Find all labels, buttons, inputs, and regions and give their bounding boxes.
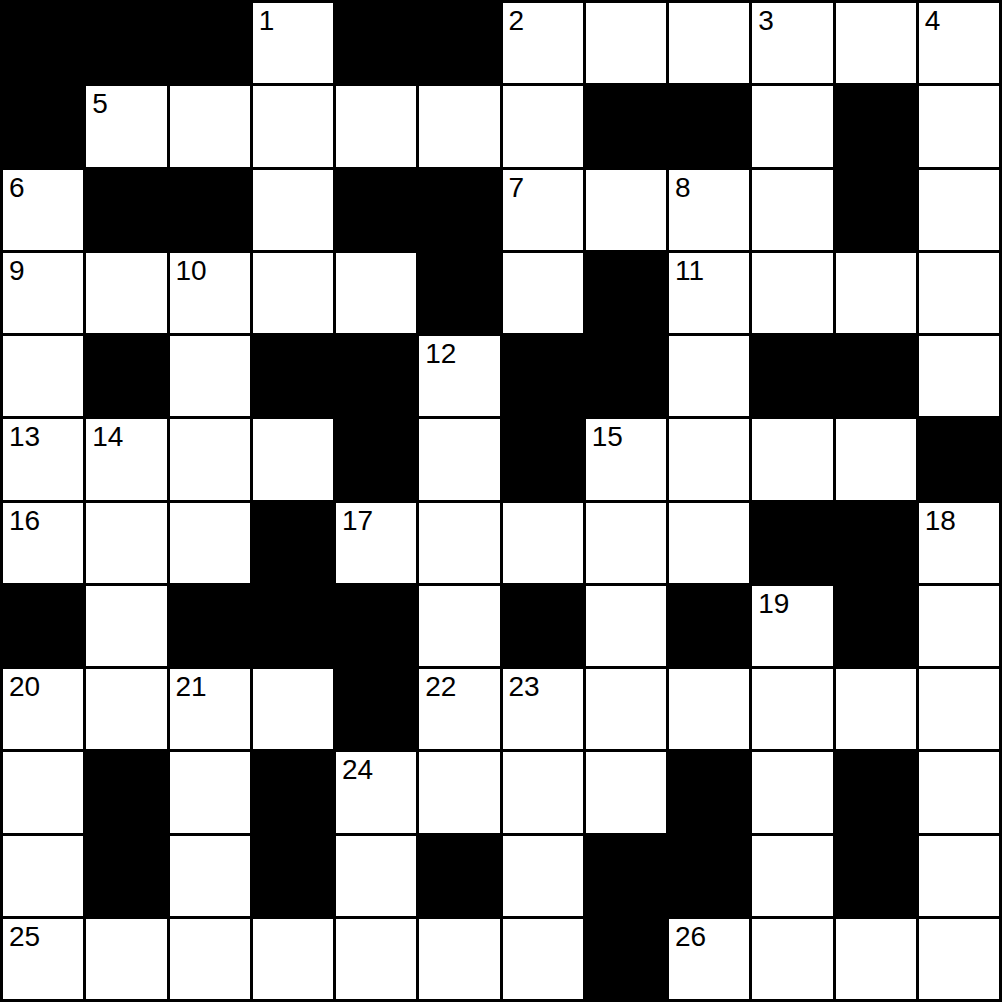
clue-number: 23: [509, 671, 540, 703]
clue-number: 17: [342, 505, 373, 537]
letter-cell[interactable]: [170, 419, 250, 499]
block-cell: [253, 336, 333, 416]
letter-cell[interactable]: 19: [752, 586, 832, 666]
letter-cell[interactable]: [86, 503, 166, 583]
letter-cell[interactable]: [669, 3, 749, 83]
block-cell: [669, 752, 749, 832]
letter-cell[interactable]: [419, 586, 499, 666]
letter-cell[interactable]: [919, 752, 999, 832]
letter-cell[interactable]: [586, 503, 666, 583]
block-cell: [503, 419, 583, 499]
letter-cell[interactable]: [669, 503, 749, 583]
block-cell: [419, 170, 499, 250]
block-cell: [836, 336, 916, 416]
letter-cell[interactable]: [503, 503, 583, 583]
letter-cell[interactable]: [586, 3, 666, 83]
letter-cell[interactable]: [253, 170, 333, 250]
block-cell: [86, 336, 166, 416]
letter-cell[interactable]: [503, 836, 583, 916]
letter-cell[interactable]: [86, 586, 166, 666]
letter-cell[interactable]: [836, 669, 916, 749]
letter-cell[interactable]: 5: [86, 86, 166, 166]
letter-cell[interactable]: [336, 919, 416, 999]
letter-cell[interactable]: [586, 669, 666, 749]
clue-number: 20: [9, 671, 40, 703]
letter-cell[interactable]: 3: [752, 3, 832, 83]
block-cell: [836, 836, 916, 916]
letter-cell[interactable]: 8: [669, 170, 749, 250]
clue-number: 14: [92, 421, 123, 453]
letter-cell[interactable]: [3, 836, 83, 916]
block-cell: [3, 86, 83, 166]
block-cell: [86, 836, 166, 916]
block-cell: [3, 586, 83, 666]
letter-cell[interactable]: [86, 669, 166, 749]
block-cell: [419, 253, 499, 333]
letter-cell[interactable]: [170, 86, 250, 166]
block-cell: [170, 586, 250, 666]
letter-cell[interactable]: [919, 170, 999, 250]
letter-cell[interactable]: [419, 752, 499, 832]
letter-cell[interactable]: [919, 586, 999, 666]
letter-cell[interactable]: [919, 336, 999, 416]
letter-cell[interactable]: [752, 919, 832, 999]
letter-cell[interactable]: [752, 752, 832, 832]
letter-cell[interactable]: [419, 86, 499, 166]
block-cell: [752, 503, 832, 583]
clue-number: 1: [259, 5, 275, 37]
letter-cell[interactable]: 2: [503, 3, 583, 83]
letter-cell[interactable]: [336, 836, 416, 916]
letter-cell[interactable]: [253, 419, 333, 499]
block-cell: [170, 170, 250, 250]
letter-cell[interactable]: [586, 586, 666, 666]
block-cell: [669, 86, 749, 166]
block-cell: [170, 3, 250, 83]
block-cell: [503, 336, 583, 416]
clue-number: 25: [9, 921, 40, 953]
letter-cell[interactable]: [170, 919, 250, 999]
letter-cell[interactable]: [586, 752, 666, 832]
letter-cell[interactable]: [170, 503, 250, 583]
letter-cell[interactable]: [170, 336, 250, 416]
letter-cell[interactable]: [836, 253, 916, 333]
clue-number: 22: [425, 671, 456, 703]
letter-cell[interactable]: [253, 919, 333, 999]
block-cell: [336, 586, 416, 666]
letter-cell[interactable]: [669, 336, 749, 416]
letter-cell[interactable]: 6: [3, 170, 83, 250]
block-cell: [86, 3, 166, 83]
letter-cell[interactable]: 11: [669, 253, 749, 333]
block-cell: [586, 836, 666, 916]
block-cell: [669, 586, 749, 666]
letter-cell[interactable]: 15: [586, 419, 666, 499]
letter-cell[interactable]: [752, 419, 832, 499]
letter-cell[interactable]: [752, 170, 832, 250]
block-cell: [419, 836, 499, 916]
clue-number: 26: [675, 921, 706, 953]
clue-number: 21: [176, 671, 207, 703]
clue-number: 13: [9, 421, 40, 453]
letter-cell[interactable]: [253, 253, 333, 333]
block-cell: [86, 752, 166, 832]
block-cell: [336, 336, 416, 416]
block-cell: [503, 586, 583, 666]
letter-cell[interactable]: [503, 752, 583, 832]
letter-cell[interactable]: [669, 419, 749, 499]
clue-number: 15: [592, 421, 623, 453]
block-cell: [836, 170, 916, 250]
letter-cell[interactable]: [752, 253, 832, 333]
block-cell: [586, 919, 666, 999]
clue-number: 5: [92, 88, 108, 120]
block-cell: [86, 170, 166, 250]
letter-cell[interactable]: 14: [86, 419, 166, 499]
block-cell: [836, 86, 916, 166]
letter-cell[interactable]: [86, 253, 166, 333]
letter-cell[interactable]: 1: [253, 3, 333, 83]
letter-cell[interactable]: [836, 3, 916, 83]
clue-number: 24: [342, 754, 373, 786]
letter-cell[interactable]: 25: [3, 919, 83, 999]
block-cell: [836, 586, 916, 666]
block-cell: [3, 3, 83, 83]
letter-cell[interactable]: 13: [3, 419, 83, 499]
letter-cell[interactable]: [336, 86, 416, 166]
clue-number: 11: [675, 255, 704, 287]
clue-number: 12: [425, 338, 456, 370]
letter-cell[interactable]: 18: [919, 503, 999, 583]
clue-number: 16: [9, 505, 40, 537]
letter-cell[interactable]: [919, 669, 999, 749]
block-cell: [752, 336, 832, 416]
block-cell: [336, 3, 416, 83]
letter-cell[interactable]: [170, 752, 250, 832]
letter-cell[interactable]: [253, 86, 333, 166]
letter-cell[interactable]: [419, 919, 499, 999]
clue-number: 8: [675, 172, 691, 204]
block-cell: [586, 336, 666, 416]
crossword-grid: 1234567891011121314151617181920212223242…: [0, 0, 1002, 1002]
letter-cell[interactable]: [170, 836, 250, 916]
letter-cell[interactable]: [586, 170, 666, 250]
letter-cell[interactable]: 21: [170, 669, 250, 749]
clue-number: 18: [925, 505, 956, 537]
letter-cell[interactable]: [752, 86, 832, 166]
letter-cell[interactable]: 22: [419, 669, 499, 749]
block-cell: [253, 836, 333, 916]
letter-cell[interactable]: [919, 86, 999, 166]
letter-cell[interactable]: [419, 503, 499, 583]
clue-number: 10: [176, 255, 207, 287]
clue-number: 3: [758, 5, 774, 37]
block-cell: [836, 752, 916, 832]
block-cell: [253, 586, 333, 666]
letter-cell[interactable]: 26: [669, 919, 749, 999]
letter-cell[interactable]: 24: [336, 752, 416, 832]
clue-number: 9: [9, 255, 25, 287]
letter-cell[interactable]: 16: [3, 503, 83, 583]
block-cell: [586, 253, 666, 333]
block-cell: [419, 3, 499, 83]
block-cell: [919, 419, 999, 499]
letter-cell[interactable]: [3, 752, 83, 832]
clue-number: 2: [509, 5, 525, 37]
letter-cell[interactable]: [669, 669, 749, 749]
letter-cell[interactable]: 9: [3, 253, 83, 333]
letter-cell[interactable]: [503, 86, 583, 166]
letter-cell[interactable]: 4: [919, 3, 999, 83]
letter-cell[interactable]: [253, 669, 333, 749]
clue-number: 6: [9, 172, 25, 204]
letter-cell[interactable]: 12: [419, 336, 499, 416]
letter-cell[interactable]: [503, 919, 583, 999]
letter-cell[interactable]: [919, 919, 999, 999]
letter-cell[interactable]: [86, 919, 166, 999]
block-cell: [253, 752, 333, 832]
block-cell: [336, 170, 416, 250]
block-cell: [586, 86, 666, 166]
clue-number: 19: [758, 588, 789, 620]
letter-cell[interactable]: 23: [503, 669, 583, 749]
letter-cell[interactable]: 7: [503, 170, 583, 250]
letter-cell[interactable]: [836, 419, 916, 499]
letter-cell[interactable]: [752, 836, 832, 916]
block-cell: [336, 419, 416, 499]
letter-cell[interactable]: [836, 919, 916, 999]
block-cell: [669, 836, 749, 916]
letter-cell[interactable]: [752, 669, 832, 749]
letter-cell[interactable]: 17: [336, 503, 416, 583]
clue-number: 7: [509, 172, 525, 204]
letter-cell[interactable]: [919, 253, 999, 333]
letter-cell[interactable]: [419, 419, 499, 499]
letter-cell[interactable]: 20: [3, 669, 83, 749]
letter-cell[interactable]: [3, 336, 83, 416]
block-cell: [836, 503, 916, 583]
letter-cell[interactable]: [503, 253, 583, 333]
block-cell: [253, 503, 333, 583]
block-cell: [336, 669, 416, 749]
letter-cell[interactable]: [919, 836, 999, 916]
letter-cell[interactable]: [336, 253, 416, 333]
clue-number: 4: [925, 5, 941, 37]
letter-cell[interactable]: 10: [170, 253, 250, 333]
